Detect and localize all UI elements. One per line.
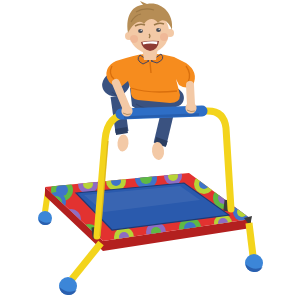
- child-right-eye: [156, 28, 161, 32]
- child-left-eye: [138, 29, 143, 33]
- trampoline-leg-right: [245, 223, 263, 272]
- child-left-foot: [117, 134, 129, 152]
- trampoline-leg-front-left: [59, 243, 101, 295]
- child-left-cuff: [121, 128, 122, 134]
- trampoline-scene: [0, 0, 300, 300]
- child: [99, 1, 195, 161]
- shirt-placket: [150, 62, 151, 73]
- child-right-forearm: [190, 85, 191, 105]
- product-photo: [0, 0, 300, 300]
